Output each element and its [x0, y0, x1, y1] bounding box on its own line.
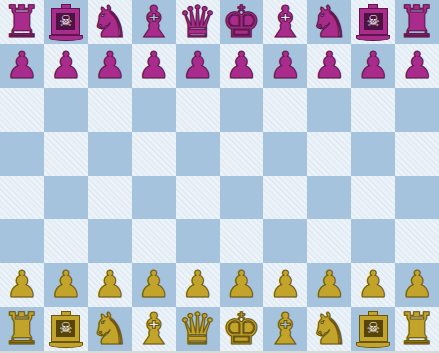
gold-pawn-glyph: ♟ — [137, 263, 170, 307]
gold-rook[interactable]: ♜ — [397, 307, 436, 351]
square-b1[interactable]: ☠ — [44, 307, 88, 351]
banner-drape — [356, 35, 390, 41]
purple-pawn[interactable]: ♟ — [49, 44, 82, 88]
square-e8[interactable]: ♛ — [176, 0, 220, 44]
gold-pawn[interactable]: ♟ — [400, 263, 433, 307]
square-b7[interactable]: ♟ — [44, 44, 88, 88]
gold-pawn[interactable]: ♟ — [93, 263, 126, 307]
square-h6[interactable] — [307, 88, 351, 132]
square-c8[interactable]: ♞ — [88, 0, 132, 44]
purple-pawn[interactable]: ♟ — [225, 44, 258, 88]
banner-frame: ☠ — [360, 9, 387, 34]
square-e3[interactable] — [176, 219, 220, 263]
square-c3[interactable] — [88, 219, 132, 263]
square-h8[interactable]: ♞ — [307, 0, 351, 44]
gold-pawn-glyph: ♟ — [225, 263, 258, 307]
square-a4[interactable] — [0, 176, 44, 220]
purple-rook-glyph: ♜ — [397, 0, 436, 44]
purple-king-glyph: ♚ — [222, 0, 261, 44]
square-i1[interactable]: ☠ — [351, 307, 395, 351]
gold-pawn-glyph: ♟ — [181, 263, 214, 307]
square-g3[interactable] — [263, 219, 307, 263]
square-i5[interactable] — [351, 132, 395, 176]
gold-pawn-glyph: ♟ — [93, 263, 126, 307]
purple-knight-glyph: ♞ — [90, 0, 129, 44]
banner-frame: ☠ — [52, 316, 79, 341]
square-a2[interactable]: ♟ — [0, 263, 44, 307]
square-b2[interactable]: ♟ — [44, 263, 88, 307]
square-c2[interactable]: ♟ — [88, 263, 132, 307]
gold-rook-glyph: ♜ — [397, 307, 436, 351]
square-f3[interactable] — [220, 219, 264, 263]
square-g1[interactable]: ♝ — [263, 307, 307, 351]
purple-pawn-glyph: ♟ — [269, 44, 302, 88]
square-a7[interactable]: ♟ — [0, 44, 44, 88]
purple-pawn[interactable]: ♟ — [357, 44, 390, 88]
gold-knight[interactable]: ♞ — [310, 307, 349, 351]
square-b6[interactable] — [44, 88, 88, 132]
square-a3[interactable] — [0, 219, 44, 263]
purple-pawn-glyph: ♟ — [5, 44, 38, 88]
gold-pawn[interactable]: ♟ — [49, 263, 82, 307]
gold-pawn[interactable]: ♟ — [137, 263, 170, 307]
square-g7[interactable]: ♟ — [263, 44, 307, 88]
chess-board: ♜☠♞♝♛♚♝♞☠♜♟♟♟♟♟♟♟♟♟♟♟♟♟♟♟♟♟♟♟♟♜☠♞♝♛♚♝♞☠♜ — [0, 0, 439, 351]
square-g5[interactable] — [263, 132, 307, 176]
gold-bishop-glyph: ♝ — [134, 307, 173, 351]
gold-pawn[interactable]: ♟ — [313, 263, 346, 307]
square-d2[interactable]: ♟ — [132, 263, 176, 307]
banner-frame: ☠ — [360, 316, 387, 341]
purple-bishop[interactable]: ♝ — [266, 0, 305, 44]
purple-knight[interactable]: ♞ — [310, 0, 349, 44]
square-g2[interactable]: ♟ — [263, 263, 307, 307]
gold-pawn[interactable]: ♟ — [357, 263, 390, 307]
square-d1[interactable]: ♝ — [132, 307, 176, 351]
square-j5[interactable] — [395, 132, 439, 176]
square-i2[interactable]: ♟ — [351, 263, 395, 307]
purple-king[interactable]: ♚ — [222, 0, 261, 44]
square-i8[interactable]: ☠ — [351, 0, 395, 44]
square-i3[interactable] — [351, 219, 395, 263]
square-f6[interactable] — [220, 88, 264, 132]
gold-skull-banner[interactable]: ☠ — [49, 311, 83, 348]
square-f4[interactable] — [220, 176, 264, 220]
square-h5[interactable] — [307, 132, 351, 176]
square-e4[interactable] — [176, 176, 220, 220]
purple-pawn-glyph: ♟ — [49, 44, 82, 88]
gold-bishop[interactable]: ♝ — [134, 307, 173, 351]
square-j7[interactable]: ♟ — [395, 44, 439, 88]
skull-icon: ☠ — [59, 14, 72, 29]
square-h4[interactable] — [307, 176, 351, 220]
square-b4[interactable] — [44, 176, 88, 220]
square-e1[interactable]: ♛ — [176, 307, 220, 351]
gold-pawn[interactable]: ♟ — [5, 263, 38, 307]
purple-bishop-glyph: ♝ — [134, 0, 173, 44]
skull-icon: ☠ — [366, 14, 379, 29]
gold-king-glyph: ♚ — [222, 307, 261, 351]
square-i6[interactable] — [351, 88, 395, 132]
banner-drape — [49, 342, 83, 348]
square-g6[interactable] — [263, 88, 307, 132]
square-h7[interactable]: ♟ — [307, 44, 351, 88]
square-d6[interactable] — [132, 88, 176, 132]
square-a1[interactable]: ♜ — [0, 307, 44, 351]
banner-drape — [356, 342, 390, 348]
purple-queen-glyph: ♛ — [178, 0, 217, 44]
purple-pawn-glyph: ♟ — [400, 44, 433, 88]
gold-pawn-glyph: ♟ — [49, 263, 82, 307]
square-i7[interactable]: ♟ — [351, 44, 395, 88]
square-j8[interactable]: ♜ — [395, 0, 439, 44]
banner-frame: ☠ — [52, 9, 79, 34]
square-e2[interactable]: ♟ — [176, 263, 220, 307]
gold-rook[interactable]: ♜ — [2, 307, 41, 351]
gold-rook-glyph: ♜ — [2, 307, 41, 351]
square-f8[interactable]: ♚ — [220, 0, 264, 44]
square-h2[interactable]: ♟ — [307, 263, 351, 307]
purple-pawn-glyph: ♟ — [225, 44, 258, 88]
purple-pawn-glyph: ♟ — [137, 44, 170, 88]
square-f2[interactable]: ♟ — [220, 263, 264, 307]
square-j2[interactable]: ♟ — [395, 263, 439, 307]
purple-pawn[interactable]: ♟ — [400, 44, 433, 88]
square-c1[interactable]: ♞ — [88, 307, 132, 351]
square-e5[interactable] — [176, 132, 220, 176]
gold-pawn[interactable]: ♟ — [225, 263, 258, 307]
gold-knight[interactable]: ♞ — [90, 307, 129, 351]
square-c6[interactable] — [88, 88, 132, 132]
gold-queen[interactable]: ♛ — [178, 307, 217, 351]
purple-pawn[interactable]: ♟ — [269, 44, 302, 88]
gold-skull-banner[interactable]: ☠ — [356, 311, 390, 348]
square-j3[interactable] — [395, 219, 439, 263]
gold-bishop[interactable]: ♝ — [266, 307, 305, 351]
square-f5[interactable] — [220, 132, 264, 176]
square-f1[interactable]: ♚ — [220, 307, 264, 351]
gold-knight-glyph: ♞ — [90, 307, 129, 351]
gold-queen-glyph: ♛ — [178, 307, 217, 351]
square-d7[interactable]: ♟ — [132, 44, 176, 88]
square-c4[interactable] — [88, 176, 132, 220]
purple-pawn-glyph: ♟ — [181, 44, 214, 88]
square-j6[interactable] — [395, 88, 439, 132]
skull-icon: ☠ — [59, 321, 72, 336]
square-i4[interactable] — [351, 176, 395, 220]
purple-bishop-glyph: ♝ — [266, 0, 305, 44]
square-b5[interactable] — [44, 132, 88, 176]
square-d8[interactable]: ♝ — [132, 0, 176, 44]
purple-bishop[interactable]: ♝ — [134, 0, 173, 44]
square-a8[interactable]: ♜ — [0, 0, 44, 44]
gold-pawn-glyph: ♟ — [357, 263, 390, 307]
purple-pawn-glyph: ♟ — [93, 44, 126, 88]
purple-skull-banner[interactable]: ☠ — [49, 4, 83, 41]
gold-king[interactable]: ♚ — [222, 307, 261, 351]
purple-knight[interactable]: ♞ — [90, 0, 129, 44]
purple-pawn[interactable]: ♟ — [137, 44, 170, 88]
square-e6[interactable] — [176, 88, 220, 132]
square-f7[interactable]: ♟ — [220, 44, 264, 88]
purple-pawn-glyph: ♟ — [357, 44, 390, 88]
purple-pawn[interactable]: ♟ — [313, 44, 346, 88]
square-g8[interactable]: ♝ — [263, 0, 307, 44]
purple-pawn-glyph: ♟ — [313, 44, 346, 88]
square-c5[interactable] — [88, 132, 132, 176]
purple-pawn[interactable]: ♟ — [93, 44, 126, 88]
square-a5[interactable] — [0, 132, 44, 176]
gold-pawn-glyph: ♟ — [5, 263, 38, 307]
banner-drape — [49, 35, 83, 41]
square-c7[interactable]: ♟ — [88, 44, 132, 88]
gold-pawn-glyph: ♟ — [269, 263, 302, 307]
gold-pawn[interactable]: ♟ — [181, 263, 214, 307]
purple-skull-banner[interactable]: ☠ — [356, 4, 390, 41]
gold-pawn-glyph: ♟ — [400, 263, 433, 307]
purple-rook[interactable]: ♜ — [397, 0, 436, 44]
gold-pawn[interactable]: ♟ — [269, 263, 302, 307]
square-d3[interactable] — [132, 219, 176, 263]
purple-knight-glyph: ♞ — [310, 0, 349, 44]
purple-pawn[interactable]: ♟ — [5, 44, 38, 88]
gold-pawn-glyph: ♟ — [313, 263, 346, 307]
purple-pawn[interactable]: ♟ — [181, 44, 214, 88]
skull-icon: ☠ — [366, 321, 379, 336]
square-h1[interactable]: ♞ — [307, 307, 351, 351]
purple-rook-glyph: ♜ — [2, 0, 41, 44]
chess-board-window: ♜☠♞♝♛♚♝♞☠♜♟♟♟♟♟♟♟♟♟♟♟♟♟♟♟♟♟♟♟♟♜☠♞♝♛♚♝♞☠♜ — [0, 0, 439, 353]
square-j4[interactable] — [395, 176, 439, 220]
purple-rook[interactable]: ♜ — [2, 0, 41, 44]
purple-queen[interactable]: ♛ — [178, 0, 217, 44]
square-e7[interactable]: ♟ — [176, 44, 220, 88]
square-d5[interactable] — [132, 132, 176, 176]
gold-knight-glyph: ♞ — [310, 307, 349, 351]
square-a6[interactable] — [0, 88, 44, 132]
square-b3[interactable] — [44, 219, 88, 263]
gold-bishop-glyph: ♝ — [266, 307, 305, 351]
square-h3[interactable] — [307, 219, 351, 263]
square-b8[interactable]: ☠ — [44, 0, 88, 44]
square-j1[interactable]: ♜ — [395, 307, 439, 351]
square-g4[interactable] — [263, 176, 307, 220]
square-d4[interactable] — [132, 176, 176, 220]
